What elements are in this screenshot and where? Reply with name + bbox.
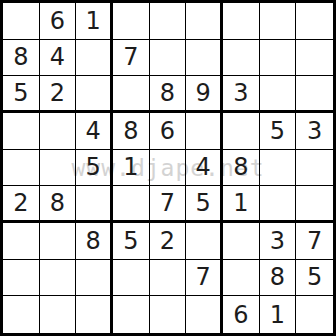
cell-r3c9[interactable]: [296, 76, 333, 113]
cell-r9c3[interactable]: [76, 296, 113, 333]
cell-r5c6[interactable]: 4: [186, 150, 223, 187]
cell-r5c4[interactable]: 1: [113, 150, 150, 187]
cell-r7c9[interactable]: 7: [296, 223, 333, 260]
cell-r8c5[interactable]: [150, 260, 187, 297]
cell-r7c4[interactable]: 5: [113, 223, 150, 260]
cell-r9c2[interactable]: [40, 296, 77, 333]
cell-r2c6[interactable]: [186, 40, 223, 77]
cell-r6c7[interactable]: 1: [223, 186, 260, 223]
given-digit: 4: [196, 155, 211, 179]
cell-r9c4[interactable]: [113, 296, 150, 333]
cell-r8c3[interactable]: [76, 260, 113, 297]
cell-r6c4[interactable]: [113, 186, 150, 223]
cell-r5c2[interactable]: [40, 150, 77, 187]
cell-r1c9[interactable]: [296, 3, 333, 40]
cell-r1c1[interactable]: [3, 3, 40, 40]
cell-r7c3[interactable]: 8: [76, 223, 113, 260]
cell-r9c7[interactable]: 6: [223, 296, 260, 333]
given-digit: 8: [13, 45, 28, 69]
cell-r4c6[interactable]: [186, 113, 223, 150]
cell-r6c9[interactable]: [296, 186, 333, 223]
cell-r7c1[interactable]: [3, 223, 40, 260]
cell-r3c6[interactable]: 9: [186, 76, 223, 113]
given-digit: 6: [160, 119, 175, 143]
cell-r4c1[interactable]: [3, 113, 40, 150]
given-digit: 8: [123, 119, 138, 143]
cell-r1c7[interactable]: [223, 3, 260, 40]
cell-r9c5[interactable]: [150, 296, 187, 333]
cell-r3c1[interactable]: 5: [3, 76, 40, 113]
cell-r2c5[interactable]: [150, 40, 187, 77]
given-digit: 1: [123, 155, 138, 179]
given-digit: 8: [233, 155, 248, 179]
cell-r9c8[interactable]: 1: [260, 296, 297, 333]
cell-r7c7[interactable]: [223, 223, 260, 260]
cell-r4c2[interactable]: [40, 113, 77, 150]
given-digit: 8: [160, 81, 175, 105]
given-digit: 6: [50, 9, 65, 33]
given-digit: 8: [86, 229, 101, 253]
given-digit: 7: [196, 265, 211, 289]
given-digit: 8: [50, 191, 65, 215]
cell-r9c9[interactable]: [296, 296, 333, 333]
cell-r2c3[interactable]: [76, 40, 113, 77]
given-digit: 5: [86, 155, 101, 179]
cell-r1c8[interactable]: [260, 3, 297, 40]
cell-r5c5[interactable]: [150, 150, 187, 187]
given-digit: 2: [13, 191, 28, 215]
cell-r2c4[interactable]: 7: [113, 40, 150, 77]
given-digit: 7: [307, 229, 322, 253]
cell-r8c8[interactable]: 8: [260, 260, 297, 297]
cell-r2c2[interactable]: 4: [40, 40, 77, 77]
cell-r6c6[interactable]: 5: [186, 186, 223, 223]
cell-r1c5[interactable]: [150, 3, 187, 40]
given-digit: 2: [50, 81, 65, 105]
given-digit: 1: [86, 9, 101, 33]
given-digit: 2: [160, 229, 175, 253]
sudoku-board: 6184752893486535148287518523778561: [0, 0, 336, 336]
cell-r5c7[interactable]: 8: [223, 150, 260, 187]
cell-r9c1[interactable]: [3, 296, 40, 333]
given-digit: 3: [270, 229, 285, 253]
cell-r3c7[interactable]: 3: [223, 76, 260, 113]
cell-r1c6[interactable]: [186, 3, 223, 40]
given-digit: 4: [50, 45, 65, 69]
cell-r2c9[interactable]: [296, 40, 333, 77]
cell-r7c6[interactable]: [186, 223, 223, 260]
cell-r8c2[interactable]: [40, 260, 77, 297]
cell-r5c9[interactable]: [296, 150, 333, 187]
cell-r4c4[interactable]: 8: [113, 113, 150, 150]
sudoku-puzzle: www.djape.net 61847528934865351482875185…: [0, 0, 336, 336]
cell-r8c4[interactable]: [113, 260, 150, 297]
cell-r4c7[interactable]: [223, 113, 260, 150]
cell-r2c7[interactable]: [223, 40, 260, 77]
cell-r2c8[interactable]: [260, 40, 297, 77]
given-digit: 3: [233, 81, 248, 105]
cell-r4c5[interactable]: 6: [150, 113, 187, 150]
cell-r8c9[interactable]: 5: [296, 260, 333, 297]
given-digit: 5: [270, 119, 285, 143]
given-digit: 1: [233, 191, 248, 215]
given-digit: 7: [123, 45, 138, 69]
cell-r3c8[interactable]: [260, 76, 297, 113]
cell-r6c2[interactable]: 8: [40, 186, 77, 223]
cell-r3c3[interactable]: [76, 76, 113, 113]
given-digit: 4: [86, 119, 101, 143]
cell-r5c3[interactable]: 5: [76, 150, 113, 187]
cell-r8c6[interactable]: 7: [186, 260, 223, 297]
given-digit: 5: [307, 265, 322, 289]
cell-r3c2[interactable]: 2: [40, 76, 77, 113]
cell-r7c5[interactable]: 2: [150, 223, 187, 260]
given-digit: 5: [196, 191, 211, 215]
cell-r4c8[interactable]: 5: [260, 113, 297, 150]
cell-r6c1[interactable]: 2: [3, 186, 40, 223]
cell-r4c9[interactable]: 3: [296, 113, 333, 150]
cell-r1c2[interactable]: 6: [40, 3, 77, 40]
given-digit: 8: [270, 265, 285, 289]
cell-r8c7[interactable]: [223, 260, 260, 297]
given-digit: 5: [13, 81, 28, 105]
cell-r3c5[interactable]: 8: [150, 76, 187, 113]
cell-r1c3[interactable]: 1: [76, 3, 113, 40]
cell-r6c8[interactable]: [260, 186, 297, 223]
given-digit: 1: [270, 303, 285, 327]
given-digit: 9: [196, 81, 211, 105]
cell-r6c5[interactable]: 7: [150, 186, 187, 223]
cell-r8c1[interactable]: [3, 260, 40, 297]
given-digit: 7: [160, 191, 175, 215]
cell-r6c3[interactable]: [76, 186, 113, 223]
cell-r1c4[interactable]: [113, 3, 150, 40]
given-digit: 6: [233, 303, 248, 327]
cell-r3c4[interactable]: [113, 76, 150, 113]
cell-r9c6[interactable]: [186, 296, 223, 333]
given-digit: 3: [307, 119, 322, 143]
cell-r2c1[interactable]: 8: [3, 40, 40, 77]
given-digit: 5: [123, 229, 138, 253]
cell-r7c8[interactable]: 3: [260, 223, 297, 260]
cell-r5c8[interactable]: [260, 150, 297, 187]
cell-r4c3[interactable]: 4: [76, 113, 113, 150]
cell-r5c1[interactable]: [3, 150, 40, 187]
cell-r7c2[interactable]: [40, 223, 77, 260]
